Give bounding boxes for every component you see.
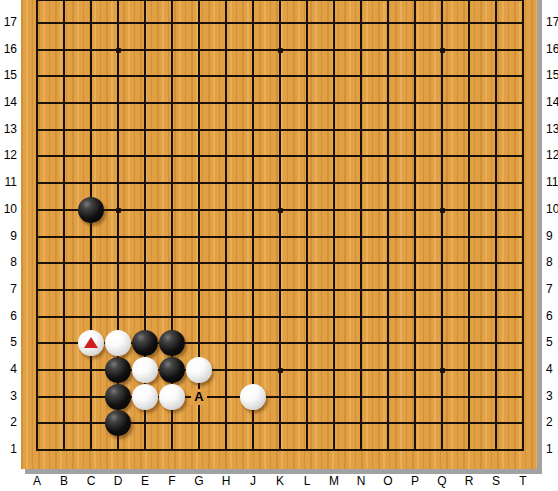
grid-line-vertical: [90, 0, 92, 451]
grid-line-horizontal: [36, 289, 524, 291]
black-stone-f4[interactable]: [159, 357, 185, 383]
grid-line-top-cropped: [36, 0, 524, 1]
column-label-t: T: [514, 474, 532, 489]
grid-line-horizontal: [36, 129, 524, 131]
row-label-right-11: 11: [546, 175, 558, 190]
triangle-marker: [84, 337, 98, 348]
black-stone-d3[interactable]: [105, 384, 131, 410]
grid-line-vertical: [360, 0, 362, 451]
grid-line-vertical: [279, 0, 281, 451]
row-label-right-16: 16: [546, 42, 558, 57]
grid-line-horizontal: [36, 75, 524, 77]
grid-line-horizontal: [36, 316, 524, 318]
row-label-right-3: 3: [546, 389, 558, 404]
row-label-left-8: 8: [0, 255, 17, 270]
column-label-d: D: [109, 474, 127, 489]
row-label-left-13: 13: [0, 122, 17, 137]
row-label-left-17: 17: [0, 15, 17, 30]
grid-line-vertical: [495, 0, 497, 451]
white-stone-d5[interactable]: [105, 330, 131, 356]
row-label-left-3: 3: [0, 389, 17, 404]
row-label-left-5: 5: [0, 335, 17, 350]
grid-line-horizontal: [36, 449, 524, 451]
column-label-o: O: [379, 474, 397, 489]
column-label-l: L: [298, 474, 316, 489]
row-label-left-12: 12: [0, 148, 17, 163]
column-label-e: E: [136, 474, 154, 489]
row-label-right-1: 1: [546, 442, 558, 457]
column-label-f: F: [163, 474, 181, 489]
star-point-q4: [440, 368, 445, 373]
white-stone-j3[interactable]: [240, 384, 266, 410]
black-stone-f5[interactable]: [159, 330, 185, 356]
grid-line-horizontal: [36, 182, 524, 184]
column-label-n: N: [352, 474, 370, 489]
black-stone-d4[interactable]: [105, 357, 131, 383]
grid-line-horizontal: [36, 236, 524, 238]
star-point-k4: [278, 368, 283, 373]
grid-line-vertical: [198, 0, 200, 451]
black-stone-c10[interactable]: [78, 197, 104, 223]
column-label-j: J: [244, 474, 262, 489]
white-stone-c5[interactable]: [78, 330, 104, 356]
row-label-left-7: 7: [0, 282, 17, 297]
grid-line-vertical: [333, 0, 335, 451]
grid-line-horizontal: [36, 102, 524, 104]
row-label-left-10: 10: [0, 202, 17, 217]
row-label-left-6: 6: [0, 309, 17, 324]
grid-line-vertical: [306, 0, 308, 451]
black-stone-d2[interactable]: [105, 410, 131, 436]
row-label-right-6: 6: [546, 309, 558, 324]
star-point-d10: [116, 208, 121, 213]
column-label-s: S: [487, 474, 505, 489]
grid-line-horizontal: [36, 155, 524, 157]
white-stone-g4[interactable]: [186, 357, 212, 383]
grid-line-vertical: [441, 0, 443, 451]
row-label-right-5: 5: [546, 335, 558, 350]
row-label-left-11: 11: [0, 175, 17, 190]
star-point-k10: [278, 208, 283, 213]
grid-line-horizontal: [36, 22, 524, 24]
grid-line-vertical: [225, 0, 227, 451]
row-label-left-15: 15: [0, 68, 17, 83]
grid-line-vertical: [414, 0, 416, 451]
row-label-right-12: 12: [546, 148, 558, 163]
column-label-k: K: [271, 474, 289, 489]
star-point-k16: [278, 48, 283, 53]
column-label-g: G: [190, 474, 208, 489]
row-label-right-13: 13: [546, 122, 558, 137]
row-label-right-2: 2: [546, 415, 558, 430]
grid-line-vertical: [522, 0, 524, 451]
white-stone-e3[interactable]: [132, 384, 158, 410]
column-label-q: Q: [433, 474, 451, 489]
grid-line-vertical: [468, 0, 470, 451]
column-label-c: C: [82, 474, 100, 489]
column-label-m: M: [325, 474, 343, 489]
row-label-right-10: 10: [546, 202, 558, 217]
go-diagram: A 17161514131211109876543211716151413121…: [0, 0, 558, 491]
white-stone-f3[interactable]: [159, 384, 185, 410]
board-shadow-right: [537, 0, 542, 474]
row-label-right-14: 14: [546, 95, 558, 110]
row-label-right-8: 8: [546, 255, 558, 270]
grid-line-vertical: [387, 0, 389, 451]
row-label-right-17: 17: [546, 15, 558, 30]
row-label-left-9: 9: [0, 229, 17, 244]
star-point-q16: [440, 48, 445, 53]
row-label-right-9: 9: [546, 229, 558, 244]
row-label-right-4: 4: [546, 362, 558, 377]
column-label-b: B: [55, 474, 73, 489]
row-label-right-7: 7: [546, 282, 558, 297]
column-label-r: R: [460, 474, 478, 489]
column-label-p: P: [406, 474, 424, 489]
row-label-left-4: 4: [0, 362, 17, 377]
row-label-left-1: 1: [0, 442, 17, 457]
grid-line-horizontal: [36, 262, 524, 264]
row-label-left-16: 16: [0, 42, 17, 57]
star-point-q10: [440, 208, 445, 213]
black-stone-e5[interactable]: [132, 330, 158, 356]
column-label-h: H: [217, 474, 235, 489]
point-label-g3[interactable]: A: [191, 389, 207, 405]
grid-line-vertical: [36, 0, 38, 451]
star-point-d16: [116, 48, 121, 53]
row-label-right-15: 15: [546, 68, 558, 83]
grid-line-vertical: [63, 0, 65, 451]
column-label-a: A: [28, 474, 46, 489]
white-stone-e4[interactable]: [132, 357, 158, 383]
row-label-left-2: 2: [0, 415, 17, 430]
row-label-left-14: 14: [0, 95, 17, 110]
